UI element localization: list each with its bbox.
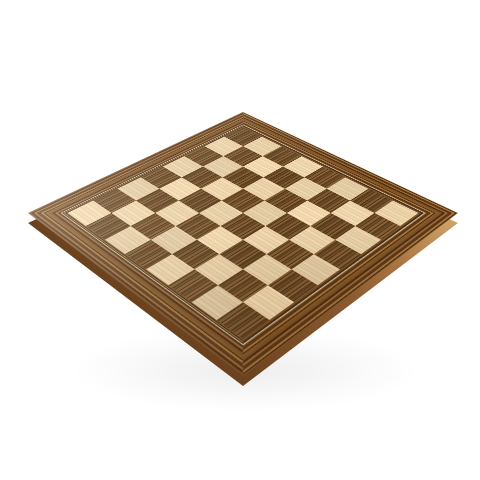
- playfield: [68, 128, 419, 339]
- product-photo: [0, 0, 480, 480]
